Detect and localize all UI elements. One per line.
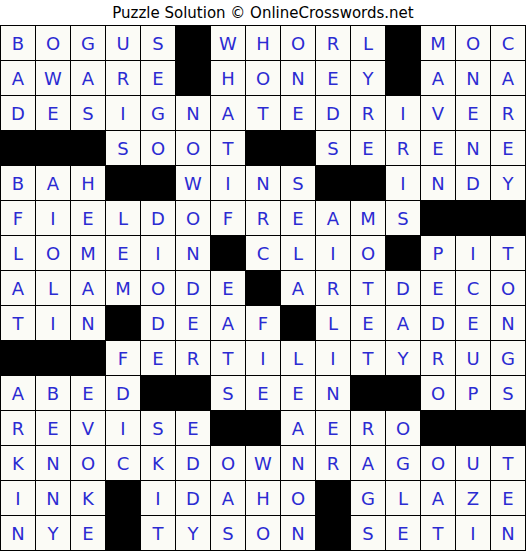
grid-cell: I <box>246 341 280 375</box>
grid-cell: L <box>281 236 315 270</box>
grid-cell: F <box>106 341 140 375</box>
grid-cell: L <box>316 306 350 340</box>
grid-cell: I <box>106 411 140 445</box>
black-cell <box>211 236 245 270</box>
grid-cell: C <box>106 446 140 480</box>
black-cell <box>36 341 70 375</box>
grid-cell: L <box>36 271 70 305</box>
grid-cell: O <box>176 131 210 165</box>
grid-cell: E <box>351 306 385 340</box>
grid-cell: O <box>351 236 385 270</box>
grid-cell: I <box>316 341 350 375</box>
black-cell <box>421 411 455 445</box>
grid-cell: N <box>281 446 315 480</box>
grid-cell: E <box>281 96 315 130</box>
title-bar: Puzzle Solution © OnlineCrosswords.net <box>0 0 526 25</box>
grid-cell: R <box>316 446 350 480</box>
grid-cell: Z <box>456 481 490 515</box>
black-cell <box>246 411 280 445</box>
black-cell <box>386 61 420 95</box>
black-cell <box>421 201 455 235</box>
grid-cell: E <box>176 411 210 445</box>
black-cell <box>106 306 140 340</box>
black-cell <box>456 411 490 445</box>
grid-cell: U <box>456 446 490 480</box>
black-cell <box>176 26 210 60</box>
grid-cell: E <box>421 271 455 305</box>
grid-cell: I <box>316 236 350 270</box>
grid-cell: R <box>421 341 455 375</box>
grid-cell: A <box>421 61 455 95</box>
puzzle-title: Puzzle Solution © OnlineCrosswords.net <box>112 4 413 22</box>
grid-cell: M <box>421 26 455 60</box>
grid-cell: R <box>386 131 420 165</box>
grid-cell: O <box>71 446 105 480</box>
grid-cell: E <box>71 516 105 550</box>
grid-cell: A <box>211 96 245 130</box>
grid-cell: E <box>71 201 105 235</box>
grid-cell: N <box>71 306 105 340</box>
grid-cell: D <box>1 96 35 130</box>
grid-cell: Y <box>176 516 210 550</box>
black-cell <box>176 61 210 95</box>
grid-cell: O <box>421 446 455 480</box>
grid-cell: D <box>316 96 350 130</box>
black-cell <box>351 376 385 410</box>
grid-cell: O <box>281 481 315 515</box>
grid-cell: E <box>281 201 315 235</box>
black-cell <box>491 201 525 235</box>
grid-cell: M <box>71 236 105 270</box>
black-cell <box>141 376 175 410</box>
black-cell <box>36 131 70 165</box>
grid-cell: O <box>456 26 490 60</box>
grid-cell: I <box>456 516 490 550</box>
grid-cell: A <box>281 411 315 445</box>
grid-cell: I <box>211 166 245 200</box>
grid-cell: I <box>1 481 35 515</box>
grid-cell: D <box>456 166 490 200</box>
grid-cell: N <box>456 131 490 165</box>
grid-cell: E <box>36 411 70 445</box>
grid-cell: O <box>36 236 70 270</box>
grid-cell: I <box>36 306 70 340</box>
grid-cell: P <box>421 236 455 270</box>
grid-cell: A <box>281 271 315 305</box>
black-cell <box>281 131 315 165</box>
black-cell <box>386 26 420 60</box>
black-cell <box>316 166 350 200</box>
grid-cell: S <box>386 201 420 235</box>
grid-cell: N <box>281 516 315 550</box>
grid-cell: U <box>106 26 140 60</box>
grid-cell: G <box>386 446 420 480</box>
black-cell <box>246 271 280 305</box>
grid-cell: U <box>456 341 490 375</box>
grid-cell: R <box>106 61 140 95</box>
grid-cell: D <box>176 446 210 480</box>
black-cell <box>211 411 245 445</box>
grid-cell: I <box>36 201 70 235</box>
grid-cell: T <box>491 236 525 270</box>
black-cell <box>71 131 105 165</box>
grid-cell: I <box>106 96 140 130</box>
grid-cell: A <box>421 481 455 515</box>
grid-cell: H <box>71 166 105 200</box>
grid-cell: C <box>246 236 280 270</box>
grid-cell: D <box>176 271 210 305</box>
grid-cell: K <box>71 481 105 515</box>
grid-cell: A <box>491 61 525 95</box>
grid-cell: C <box>456 271 490 305</box>
grid-cell: G <box>71 26 105 60</box>
grid-cell: T <box>491 446 525 480</box>
grid-cell: E <box>491 131 525 165</box>
grid-cell: O <box>246 516 280 550</box>
grid-cell: M <box>106 271 140 305</box>
grid-cell: I <box>141 481 175 515</box>
grid-cell: D <box>141 201 175 235</box>
grid-cell: E <box>456 96 490 130</box>
grid-cell: S <box>211 376 245 410</box>
grid-cell: E <box>141 341 175 375</box>
grid-cell: E <box>176 306 210 340</box>
black-cell <box>386 236 420 270</box>
grid-cell: A <box>71 271 105 305</box>
grid-cell: B <box>36 376 70 410</box>
grid-cell: N <box>281 61 315 95</box>
grid-cell: B <box>1 166 35 200</box>
grid-cell: E <box>141 61 175 95</box>
black-cell <box>176 376 210 410</box>
black-cell <box>71 341 105 375</box>
grid-cell: R <box>246 201 280 235</box>
grid-cell: A <box>211 306 245 340</box>
grid-cell: H <box>246 26 280 60</box>
grid-cell: A <box>386 306 420 340</box>
grid-cell: V <box>71 411 105 445</box>
grid-cell: T <box>141 516 175 550</box>
grid-cell: F <box>211 201 245 235</box>
grid-cell: A <box>316 201 350 235</box>
grid-cell: T <box>1 306 35 340</box>
grid-cell: I <box>386 166 420 200</box>
grid-cell: N <box>456 61 490 95</box>
grid-cell: K <box>141 446 175 480</box>
grid-cell: E <box>316 411 350 445</box>
grid-cell: G <box>491 341 525 375</box>
grid-cell: L <box>106 201 140 235</box>
grid-cell: T <box>351 271 385 305</box>
black-cell <box>106 166 140 200</box>
grid-cell: R <box>316 26 350 60</box>
grid-cell: L <box>281 341 315 375</box>
grid-cell: S <box>141 411 175 445</box>
grid-cell: T <box>351 341 385 375</box>
grid-cell: T <box>421 516 455 550</box>
grid-cell: F <box>246 306 280 340</box>
grid-cell: V <box>421 96 455 130</box>
grid-cell: R <box>491 96 525 130</box>
grid-cell: I <box>141 236 175 270</box>
grid-cell: E <box>106 236 140 270</box>
grid-cell: E <box>316 61 350 95</box>
grid-cell: A <box>1 376 35 410</box>
grid-cell: R <box>351 411 385 445</box>
black-cell <box>246 131 280 165</box>
grid-cell: O <box>421 376 455 410</box>
grid-cell: H <box>211 61 245 95</box>
grid-cell: S <box>106 131 140 165</box>
black-cell <box>316 481 350 515</box>
grid-cell: D <box>106 376 140 410</box>
black-cell <box>106 481 140 515</box>
grid-cell: W <box>211 26 245 60</box>
grid-cell: O <box>176 201 210 235</box>
grid-cell: A <box>1 271 35 305</box>
grid-cell: L <box>1 236 35 270</box>
grid-cell: W <box>36 61 70 95</box>
grid-cell: A <box>351 446 385 480</box>
grid-cell: E <box>246 376 280 410</box>
grid-cell: A <box>211 481 245 515</box>
grid-cell: T <box>211 131 245 165</box>
grid-cell: D <box>176 481 210 515</box>
black-cell <box>491 411 525 445</box>
grid-cell: I <box>456 236 490 270</box>
grid-cell: E <box>421 131 455 165</box>
grid-cell: S <box>491 376 525 410</box>
grid-cell: N <box>246 166 280 200</box>
grid-cell: R <box>316 271 350 305</box>
grid-cell: S <box>211 516 245 550</box>
grid-cell: A <box>36 166 70 200</box>
grid-cell: S <box>141 26 175 60</box>
grid-cell: G <box>141 96 175 130</box>
grid-cell: E <box>281 376 315 410</box>
grid-cell: N <box>36 481 70 515</box>
grid-cell: N <box>1 516 35 550</box>
grid-cell: E <box>491 481 525 515</box>
grid-cell: W <box>246 446 280 480</box>
crossword-grid: BOGUSWHORLMOCAWAREHONEYANADESIGNATEDRIVE… <box>0 25 526 551</box>
black-cell <box>1 131 35 165</box>
grid-cell: O <box>246 61 280 95</box>
grid-cell: Y <box>386 341 420 375</box>
grid-cell: S <box>316 131 350 165</box>
grid-cell: I <box>386 96 420 130</box>
grid-cell: A <box>71 61 105 95</box>
grid-cell: S <box>281 166 315 200</box>
grid-cell: E <box>71 376 105 410</box>
grid-cell: Y <box>491 166 525 200</box>
grid-cell: F <box>1 201 35 235</box>
grid-cell: S <box>351 516 385 550</box>
grid-cell: O <box>386 411 420 445</box>
black-cell <box>281 306 315 340</box>
black-cell <box>106 516 140 550</box>
grid-cell: O <box>36 26 70 60</box>
grid-cell: W <box>176 166 210 200</box>
grid-cell: N <box>421 166 455 200</box>
grid-cell: R <box>1 411 35 445</box>
grid-cell: N <box>36 446 70 480</box>
grid-cell: M <box>351 201 385 235</box>
grid-cell: G <box>351 481 385 515</box>
grid-cell: P <box>456 376 490 410</box>
grid-cell: O <box>491 271 525 305</box>
grid-cell: N <box>491 306 525 340</box>
black-cell <box>456 201 490 235</box>
grid-cell: D <box>141 306 175 340</box>
grid-cell: Y <box>36 516 70 550</box>
grid-cell: R <box>176 341 210 375</box>
grid-cell: B <box>1 26 35 60</box>
grid-cell: K <box>1 446 35 480</box>
grid-cell: L <box>386 481 420 515</box>
black-cell <box>316 516 350 550</box>
grid-cell: T <box>211 341 245 375</box>
black-cell <box>1 341 35 375</box>
black-cell <box>386 376 420 410</box>
grid-cell: N <box>176 96 210 130</box>
grid-cell: H <box>246 481 280 515</box>
grid-cell: O <box>141 271 175 305</box>
grid-cell: E <box>36 96 70 130</box>
grid-cell: D <box>386 271 420 305</box>
grid-cell: T <box>246 96 280 130</box>
grid-cell: E <box>211 271 245 305</box>
grid-cell: E <box>351 131 385 165</box>
grid-cell: C <box>491 26 525 60</box>
grid-cell: O <box>141 131 175 165</box>
grid-cell: O <box>211 446 245 480</box>
black-cell <box>141 166 175 200</box>
grid-cell: D <box>421 306 455 340</box>
grid-cell: A <box>1 61 35 95</box>
black-cell <box>351 166 385 200</box>
grid-cell: O <box>281 26 315 60</box>
grid-cell: N <box>176 236 210 270</box>
grid-cell: R <box>351 96 385 130</box>
grid-cell: S <box>71 96 105 130</box>
grid-cell: N <box>491 516 525 550</box>
grid-cell: N <box>316 376 350 410</box>
grid-cell: Y <box>351 61 385 95</box>
grid-cell: E <box>386 516 420 550</box>
crossword-solution-page: Puzzle Solution © OnlineCrosswords.net B… <box>0 0 526 551</box>
grid-cell: L <box>351 26 385 60</box>
grid-cell: E <box>456 306 490 340</box>
